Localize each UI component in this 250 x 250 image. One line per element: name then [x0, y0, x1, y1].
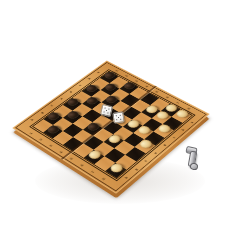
coordinate-label: h [27, 117, 36, 123]
coordinate-label: 2 [36, 136, 46, 143]
coordinate-label: b [178, 126, 188, 133]
die-pip [108, 108, 110, 110]
coordinate-label: c [169, 134, 179, 141]
clasp-latch [183, 146, 201, 172]
coordinate-label: g [131, 166, 141, 173]
die-pip [117, 117, 119, 119]
coordinate-label: 7 [88, 169, 98, 176]
die-pip [115, 115, 117, 117]
coordinate-label: e [150, 149, 160, 156]
die-pip [104, 107, 106, 109]
product-photo-scene: hgfedcba hgfedcba 12345678 12345678 [0, 0, 250, 250]
coordinate-label: f [47, 103, 56, 109]
coordinate-label: d [160, 142, 170, 149]
coordinate-label: g [37, 109, 46, 115]
coordinate-label: 8 [99, 175, 109, 182]
coordinate-label: c [75, 82, 84, 88]
die-pip [105, 109, 107, 111]
coordinate-label: 6 [77, 162, 87, 169]
die-pip [120, 118, 122, 120]
coordinate-label: d [66, 89, 75, 95]
coordinate-label: b [85, 76, 94, 82]
die-pip [107, 112, 109, 114]
die-pip [116, 119, 118, 121]
clasp-hook-tip [189, 162, 198, 170]
die-2 [112, 111, 124, 123]
coordinate-label: f [141, 157, 151, 164]
coordinate-label: 2 [122, 73, 131, 79]
die-pip [119, 114, 121, 116]
coordinate-label: a [94, 69, 103, 75]
coordinate-label: 3 [46, 143, 56, 150]
coordinate-label: a [187, 119, 197, 125]
coordinate-label: 5 [67, 155, 77, 162]
coordinate-label: 1 [27, 130, 37, 137]
coordinate-label: 6 [163, 94, 172, 100]
coordinate-label: h [121, 174, 131, 181]
die-pip [103, 111, 105, 113]
coordinate-label: e [57, 96, 66, 102]
